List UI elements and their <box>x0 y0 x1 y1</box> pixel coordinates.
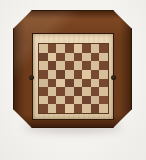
square-a2 <box>39 96 48 105</box>
square-c8 <box>56 44 65 53</box>
square-h3 <box>99 87 108 96</box>
square-e5 <box>74 70 83 79</box>
square-g1 <box>91 104 100 113</box>
square-f6 <box>82 61 91 70</box>
square-a3 <box>39 87 48 96</box>
square-e7 <box>74 53 83 62</box>
square-h1 <box>99 104 108 113</box>
square-g7 <box>91 53 100 62</box>
square-f2 <box>82 96 91 105</box>
square-d5 <box>65 70 74 79</box>
square-g5 <box>91 70 100 79</box>
square-c6 <box>56 61 65 70</box>
square-b8 <box>48 44 57 53</box>
square-g2 <box>91 96 100 105</box>
square-g6 <box>91 61 100 70</box>
square-d8 <box>65 44 74 53</box>
chessboard <box>38 43 109 114</box>
square-a8 <box>39 44 48 53</box>
square-d2 <box>65 96 74 105</box>
square-f7 <box>82 53 91 62</box>
square-g4 <box>91 79 100 88</box>
square-e2 <box>74 96 83 105</box>
square-c1 <box>56 104 65 113</box>
right-side-hole <box>111 75 116 80</box>
square-h6 <box>99 61 108 70</box>
square-f3 <box>82 87 91 96</box>
square-b4 <box>48 79 57 88</box>
square-d1 <box>65 104 74 113</box>
square-d4 <box>65 79 74 88</box>
square-h7 <box>99 53 108 62</box>
square-e3 <box>74 87 83 96</box>
square-h5 <box>99 70 108 79</box>
square-h2 <box>99 96 108 105</box>
square-e6 <box>74 61 83 70</box>
square-d3 <box>65 87 74 96</box>
square-b3 <box>48 87 57 96</box>
square-d6 <box>65 61 74 70</box>
square-b5 <box>48 70 57 79</box>
square-e1 <box>74 104 83 113</box>
square-f5 <box>82 70 91 79</box>
square-d7 <box>65 53 74 62</box>
square-a4 <box>39 79 48 88</box>
square-a5 <box>39 70 48 79</box>
square-b7 <box>48 53 57 62</box>
square-h4 <box>99 79 108 88</box>
square-a1 <box>39 104 48 113</box>
square-h8 <box>99 44 108 53</box>
square-f1 <box>82 104 91 113</box>
square-c7 <box>56 53 65 62</box>
left-side-hole <box>29 75 34 80</box>
square-c2 <box>56 96 65 105</box>
square-g8 <box>91 44 100 53</box>
octagonal-table-top <box>13 10 132 128</box>
photo-background <box>0 0 146 160</box>
square-b6 <box>48 61 57 70</box>
square-c3 <box>56 87 65 96</box>
square-e8 <box>74 44 83 53</box>
square-c4 <box>56 79 65 88</box>
square-g3 <box>91 87 100 96</box>
square-b2 <box>48 96 57 105</box>
square-f8 <box>82 44 91 53</box>
square-f4 <box>82 79 91 88</box>
square-c5 <box>56 70 65 79</box>
square-a7 <box>39 53 48 62</box>
square-e4 <box>74 79 83 88</box>
square-b1 <box>48 104 57 113</box>
maple-board-field <box>33 34 113 119</box>
square-a6 <box>39 61 48 70</box>
